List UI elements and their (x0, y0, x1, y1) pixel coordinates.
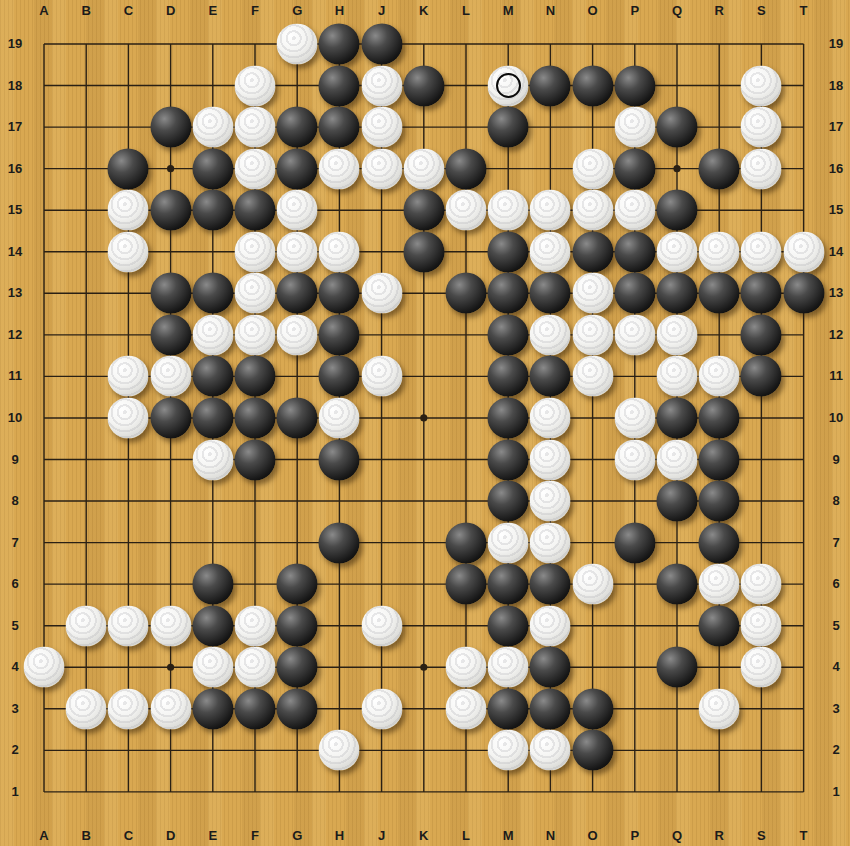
stone-black-H17[interactable] (319, 107, 360, 148)
coord-bottom-M: M (494, 828, 522, 844)
coord-right-10: 10 (822, 410, 850, 426)
stone-white-N8[interactable] (530, 481, 571, 522)
stone-black-S12[interactable] (741, 314, 782, 355)
stone-white-H2[interactable] (319, 730, 360, 771)
stone-black-E16[interactable] (192, 148, 233, 189)
coord-left-19: 19 (1, 36, 29, 52)
stone-white-H16[interactable] (319, 148, 360, 189)
stone-black-O18[interactable] (572, 65, 613, 106)
star-point-D4 (167, 664, 174, 671)
stone-white-T14[interactable] (783, 231, 824, 272)
coord-top-N: N (536, 3, 564, 19)
coord-right-4: 4 (822, 659, 850, 675)
stone-white-F13[interactable] (235, 273, 276, 314)
stone-black-L13[interactable] (446, 273, 487, 314)
coord-top-D: D (157, 3, 185, 19)
stone-black-M11[interactable] (488, 356, 529, 397)
stone-black-E11[interactable] (192, 356, 233, 397)
coord-right-13: 13 (822, 285, 850, 301)
coord-bottom-A: A (30, 828, 58, 844)
stone-white-S16[interactable] (741, 148, 782, 189)
stone-white-C14[interactable] (108, 231, 149, 272)
stone-white-B3[interactable] (66, 688, 107, 729)
stone-white-O6[interactable] (572, 564, 613, 605)
coord-top-L: L (452, 3, 480, 19)
stone-black-G17[interactable] (277, 107, 318, 148)
coord-bottom-S: S (747, 828, 775, 844)
coord-bottom-D: D (157, 828, 185, 844)
stone-black-F10[interactable] (235, 397, 276, 438)
stone-black-D12[interactable] (150, 314, 191, 355)
stone-black-Q4[interactable] (657, 647, 698, 688)
stone-white-N7[interactable] (530, 522, 571, 563)
coord-right-15: 15 (822, 202, 850, 218)
stone-white-N10[interactable] (530, 397, 571, 438)
coord-bottom-B: B (72, 828, 100, 844)
stone-white-D3[interactable] (150, 688, 191, 729)
stone-black-H9[interactable] (319, 439, 360, 480)
coord-bottom-O: O (579, 828, 607, 844)
stone-black-Q13[interactable] (657, 273, 698, 314)
coord-top-Q: Q (663, 3, 691, 19)
stone-black-E10[interactable] (192, 397, 233, 438)
stone-black-R7[interactable] (699, 522, 740, 563)
stone-white-M7[interactable] (488, 522, 529, 563)
stone-black-H19[interactable] (319, 24, 360, 65)
coord-bottom-R: R (705, 828, 733, 844)
stone-black-M12[interactable] (488, 314, 529, 355)
stone-black-M13[interactable] (488, 273, 529, 314)
coord-right-18: 18 (822, 78, 850, 94)
coord-left-11: 11 (1, 368, 29, 384)
stone-white-N14[interactable] (530, 231, 571, 272)
star-point-K10 (420, 414, 427, 421)
stone-black-M17[interactable] (488, 107, 529, 148)
stone-black-O2[interactable] (572, 730, 613, 771)
stone-black-P13[interactable] (614, 273, 655, 314)
stone-white-O16[interactable] (572, 148, 613, 189)
stone-black-E15[interactable] (192, 190, 233, 231)
coord-left-6: 6 (1, 576, 29, 592)
stone-black-N13[interactable] (530, 273, 571, 314)
stone-white-Q12[interactable] (657, 314, 698, 355)
stone-black-M9[interactable] (488, 439, 529, 480)
stone-black-N18[interactable] (530, 65, 571, 106)
coord-left-3: 3 (1, 701, 29, 717)
coord-left-17: 17 (1, 119, 29, 135)
stone-black-M6[interactable] (488, 564, 529, 605)
stone-white-C3[interactable] (108, 688, 149, 729)
stone-black-L6[interactable] (446, 564, 487, 605)
coord-bottom-P: P (621, 828, 649, 844)
coord-right-1: 1 (822, 784, 850, 800)
coord-left-7: 7 (1, 535, 29, 551)
stone-white-R14[interactable] (699, 231, 740, 272)
stone-white-E12[interactable] (192, 314, 233, 355)
stone-white-E17[interactable] (192, 107, 233, 148)
stone-white-S14[interactable] (741, 231, 782, 272)
coord-top-K: K (410, 3, 438, 19)
stone-black-F11[interactable] (235, 356, 276, 397)
stone-black-E5[interactable] (192, 605, 233, 646)
coord-right-7: 7 (822, 535, 850, 551)
coord-right-19: 19 (822, 36, 850, 52)
last-move-marker (496, 73, 521, 98)
coord-bottom-J: J (368, 828, 396, 844)
coord-right-6: 6 (822, 576, 850, 592)
coord-left-9: 9 (1, 452, 29, 468)
coord-top-A: A (30, 3, 58, 19)
stone-white-A4[interactable] (24, 647, 65, 688)
stone-black-D13[interactable] (150, 273, 191, 314)
stone-black-R13[interactable] (699, 273, 740, 314)
stone-white-C5[interactable] (108, 605, 149, 646)
coord-left-13: 13 (1, 285, 29, 301)
stone-white-N12[interactable] (530, 314, 571, 355)
stone-white-S5[interactable] (741, 605, 782, 646)
stone-black-O14[interactable] (572, 231, 613, 272)
coord-bottom-H: H (325, 828, 353, 844)
stone-white-R3[interactable] (699, 688, 740, 729)
coord-bottom-E: E (199, 828, 227, 844)
coord-bottom-Q: Q (663, 828, 691, 844)
stone-black-M10[interactable] (488, 397, 529, 438)
stone-white-D5[interactable] (150, 605, 191, 646)
coord-bottom-C: C (114, 828, 142, 844)
stone-white-K16[interactable] (403, 148, 444, 189)
stone-white-H10[interactable] (319, 397, 360, 438)
stone-white-S6[interactable] (741, 564, 782, 605)
stone-black-D15[interactable] (150, 190, 191, 231)
coord-top-F: F (241, 3, 269, 19)
coord-top-T: T (790, 3, 818, 19)
stone-white-P15[interactable] (614, 190, 655, 231)
star-point-K4 (420, 664, 427, 671)
coord-top-R: R (705, 3, 733, 19)
coord-left-10: 10 (1, 410, 29, 426)
stone-white-P9[interactable] (614, 439, 655, 480)
stone-black-Q6[interactable] (657, 564, 698, 605)
coord-right-8: 8 (822, 493, 850, 509)
stone-black-G3[interactable] (277, 688, 318, 729)
stone-black-H7[interactable] (319, 522, 360, 563)
stone-black-P16[interactable] (614, 148, 655, 189)
stone-black-E3[interactable] (192, 688, 233, 729)
coord-left-18: 18 (1, 78, 29, 94)
stone-white-Q14[interactable] (657, 231, 698, 272)
stone-white-F4[interactable] (235, 647, 276, 688)
stone-black-M14[interactable] (488, 231, 529, 272)
stone-black-L7[interactable] (446, 522, 487, 563)
stone-white-N2[interactable] (530, 730, 571, 771)
coord-bottom-N: N (536, 828, 564, 844)
stone-white-F16[interactable] (235, 148, 276, 189)
stone-black-R10[interactable] (699, 397, 740, 438)
stone-white-N15[interactable] (530, 190, 571, 231)
go-board[interactable]: AABBCCDDEEFFGGHHJJKKLLMMNNOOPPQQRRSSTT19… (0, 0, 850, 846)
stone-white-G14[interactable] (277, 231, 318, 272)
coord-left-8: 8 (1, 493, 29, 509)
stone-white-E9[interactable] (192, 439, 233, 480)
star-point-D16 (167, 165, 174, 172)
stone-white-Q9[interactable] (657, 439, 698, 480)
coord-top-J: J (368, 3, 396, 19)
coord-right-14: 14 (822, 244, 850, 260)
stone-black-M3[interactable] (488, 688, 529, 729)
coord-left-14: 14 (1, 244, 29, 260)
stone-white-H14[interactable] (319, 231, 360, 272)
stone-black-Q17[interactable] (657, 107, 698, 148)
stone-black-G6[interactable] (277, 564, 318, 605)
stone-black-K18[interactable] (403, 65, 444, 106)
stone-black-F9[interactable] (235, 439, 276, 480)
stone-black-N4[interactable] (530, 647, 571, 688)
stone-white-E4[interactable] (192, 647, 233, 688)
stone-black-R16[interactable] (699, 148, 740, 189)
stone-black-Q15[interactable] (657, 190, 698, 231)
stone-black-K15[interactable] (403, 190, 444, 231)
stone-black-M8[interactable] (488, 481, 529, 522)
stone-black-F15[interactable] (235, 190, 276, 231)
stone-black-R5[interactable] (699, 605, 740, 646)
stone-white-O13[interactable] (572, 273, 613, 314)
stone-white-J16[interactable] (361, 148, 402, 189)
stone-white-M4[interactable] (488, 647, 529, 688)
coord-left-2: 2 (1, 742, 29, 758)
stone-black-P14[interactable] (614, 231, 655, 272)
stone-black-P7[interactable] (614, 522, 655, 563)
coord-top-E: E (199, 3, 227, 19)
stone-black-D10[interactable] (150, 397, 191, 438)
stone-black-S11[interactable] (741, 356, 782, 397)
star-point-Q16 (673, 165, 680, 172)
stone-black-P18[interactable] (614, 65, 655, 106)
stone-black-R8[interactable] (699, 481, 740, 522)
stone-white-J3[interactable] (361, 688, 402, 729)
coord-top-S: S (747, 3, 775, 19)
stone-white-O15[interactable] (572, 190, 613, 231)
coord-right-11: 11 (822, 368, 850, 384)
stone-white-S4[interactable] (741, 647, 782, 688)
coord-bottom-K: K (410, 828, 438, 844)
stone-white-M15[interactable] (488, 190, 529, 231)
stone-black-T13[interactable] (783, 273, 824, 314)
stone-black-E13[interactable] (192, 273, 233, 314)
stone-black-G5[interactable] (277, 605, 318, 646)
coord-top-B: B (72, 3, 100, 19)
stone-white-R11[interactable] (699, 356, 740, 397)
stone-white-S17[interactable] (741, 107, 782, 148)
stone-white-G12[interactable] (277, 314, 318, 355)
coord-top-H: H (325, 3, 353, 19)
stone-white-P10[interactable] (614, 397, 655, 438)
stone-black-H13[interactable] (319, 273, 360, 314)
stone-black-M5[interactable] (488, 605, 529, 646)
stone-black-H12[interactable] (319, 314, 360, 355)
stone-black-O3[interactable] (572, 688, 613, 729)
stone-black-N3[interactable] (530, 688, 571, 729)
coord-right-16: 16 (822, 161, 850, 177)
stone-black-H18[interactable] (319, 65, 360, 106)
stone-black-G13[interactable] (277, 273, 318, 314)
stone-white-J11[interactable] (361, 356, 402, 397)
stone-white-F18[interactable] (235, 65, 276, 106)
stone-white-J17[interactable] (361, 107, 402, 148)
coord-right-2: 2 (822, 742, 850, 758)
coord-bottom-L: L (452, 828, 480, 844)
stone-white-S18[interactable] (741, 65, 782, 106)
coord-top-O: O (579, 3, 607, 19)
stone-black-Q10[interactable] (657, 397, 698, 438)
stone-white-F17[interactable] (235, 107, 276, 148)
coord-bottom-F: F (241, 828, 269, 844)
stone-black-G4[interactable] (277, 647, 318, 688)
stone-white-N9[interactable] (530, 439, 571, 480)
stone-white-C10[interactable] (108, 397, 149, 438)
coord-left-5: 5 (1, 618, 29, 634)
stone-white-J13[interactable] (361, 273, 402, 314)
coord-top-G: G (283, 3, 311, 19)
stone-white-G19[interactable] (277, 24, 318, 65)
stone-white-J5[interactable] (361, 605, 402, 646)
stone-white-L15[interactable] (446, 190, 487, 231)
stone-white-C15[interactable] (108, 190, 149, 231)
coord-right-12: 12 (822, 327, 850, 343)
stone-white-C11[interactable] (108, 356, 149, 397)
stone-white-D11[interactable] (150, 356, 191, 397)
stone-white-F5[interactable] (235, 605, 276, 646)
stone-black-L16[interactable] (446, 148, 487, 189)
stone-black-G16[interactable] (277, 148, 318, 189)
stone-white-G15[interactable] (277, 190, 318, 231)
stone-black-G10[interactable] (277, 397, 318, 438)
coord-left-15: 15 (1, 202, 29, 218)
coord-right-17: 17 (822, 119, 850, 135)
coord-top-M: M (494, 3, 522, 19)
stone-black-H11[interactable] (319, 356, 360, 397)
stone-white-O12[interactable] (572, 314, 613, 355)
stone-white-N5[interactable] (530, 605, 571, 646)
coord-left-12: 12 (1, 327, 29, 343)
stone-black-R9[interactable] (699, 439, 740, 480)
stone-white-O11[interactable] (572, 356, 613, 397)
coord-left-1: 1 (1, 784, 29, 800)
stone-white-M18[interactable] (488, 65, 529, 106)
stone-white-Q11[interactable] (657, 356, 698, 397)
coord-right-5: 5 (822, 618, 850, 634)
stone-white-P17[interactable] (614, 107, 655, 148)
stone-black-K14[interactable] (403, 231, 444, 272)
coord-bottom-G: G (283, 828, 311, 844)
stone-white-B5[interactable] (66, 605, 107, 646)
stone-black-N11[interactable] (530, 356, 571, 397)
stone-white-L3[interactable] (446, 688, 487, 729)
stone-black-J19[interactable] (361, 24, 402, 65)
coord-top-C: C (114, 3, 142, 19)
stone-white-P12[interactable] (614, 314, 655, 355)
stone-black-D17[interactable] (150, 107, 191, 148)
stone-white-R6[interactable] (699, 564, 740, 605)
stone-black-F3[interactable] (235, 688, 276, 729)
coord-top-P: P (621, 3, 649, 19)
stone-black-Q8[interactable] (657, 481, 698, 522)
stone-black-S13[interactable] (741, 273, 782, 314)
stone-white-J18[interactable] (361, 65, 402, 106)
stone-black-E6[interactable] (192, 564, 233, 605)
stone-white-F14[interactable] (235, 231, 276, 272)
coord-right-3: 3 (822, 701, 850, 717)
coord-left-16: 16 (1, 161, 29, 177)
stone-black-N6[interactable] (530, 564, 571, 605)
coord-bottom-T: T (790, 828, 818, 844)
stone-white-F12[interactable] (235, 314, 276, 355)
stone-white-M2[interactable] (488, 730, 529, 771)
coord-right-9: 9 (822, 452, 850, 468)
stone-black-C16[interactable] (108, 148, 149, 189)
stone-white-L4[interactable] (446, 647, 487, 688)
